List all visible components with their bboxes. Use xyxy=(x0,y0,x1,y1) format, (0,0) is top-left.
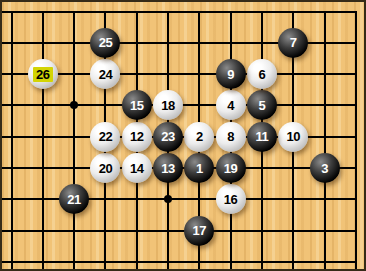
stone-white-22[interactable]: 22 xyxy=(90,122,120,152)
stone-white-20[interactable]: 20 xyxy=(90,153,120,183)
stone-white-14[interactable]: 14 xyxy=(122,153,152,183)
move-number: 5 xyxy=(259,99,266,112)
stone-black-7[interactable]: 7 xyxy=(278,28,308,58)
move-number: 17 xyxy=(193,224,206,237)
move-number: 1 xyxy=(196,162,203,175)
move-number: 16 xyxy=(224,193,237,206)
stone-black-15[interactable]: 15 xyxy=(122,90,152,120)
grid-line-horizontal-7 xyxy=(2,230,357,232)
move-number: 24 xyxy=(99,68,112,81)
move-number: 13 xyxy=(161,162,174,175)
go-board[interactable]: 1234567891011121314151617181920212223242… xyxy=(0,0,366,271)
stone-black-25[interactable]: 25 xyxy=(90,28,120,58)
stone-black-23[interactable]: 23 xyxy=(153,122,183,152)
move-number: 26 xyxy=(33,67,52,82)
stone-white-16[interactable]: 16 xyxy=(216,184,246,214)
move-number: 3 xyxy=(321,162,328,175)
stone-white-4[interactable]: 4 xyxy=(216,90,246,120)
move-number: 20 xyxy=(99,162,112,175)
move-number: 8 xyxy=(227,130,234,143)
stone-black-1[interactable]: 1 xyxy=(184,153,214,183)
grid-line-horizontal-8 xyxy=(2,261,357,263)
stone-black-17[interactable]: 17 xyxy=(184,216,214,246)
grid-line-horizontal-0 xyxy=(2,11,357,13)
stone-white-12[interactable]: 12 xyxy=(122,122,152,152)
stone-black-21[interactable]: 21 xyxy=(59,184,89,214)
stone-black-19[interactable]: 19 xyxy=(216,153,246,183)
star-point-3-3 xyxy=(70,101,78,109)
stone-white-18[interactable]: 18 xyxy=(153,90,183,120)
stone-white-8[interactable]: 8 xyxy=(216,122,246,152)
star-point-6-6 xyxy=(164,195,172,203)
stone-black-5[interactable]: 5 xyxy=(247,90,277,120)
stone-white-6[interactable]: 6 xyxy=(247,59,277,89)
stone-black-3[interactable]: 3 xyxy=(310,153,340,183)
move-number: 6 xyxy=(259,68,266,81)
stone-black-9[interactable]: 9 xyxy=(216,59,246,89)
move-number: 22 xyxy=(99,130,112,143)
move-number: 15 xyxy=(130,99,143,112)
move-number: 25 xyxy=(99,36,112,49)
grid-line-horizontal-6 xyxy=(2,198,357,200)
move-number: 4 xyxy=(227,99,234,112)
move-number: 12 xyxy=(130,130,143,143)
stone-black-11[interactable]: 11 xyxy=(247,122,277,152)
move-number: 19 xyxy=(224,162,237,175)
move-number: 10 xyxy=(286,130,299,143)
stone-black-13[interactable]: 13 xyxy=(153,153,183,183)
move-number: 23 xyxy=(161,130,174,143)
move-number: 7 xyxy=(290,36,297,49)
stone-white-10[interactable]: 10 xyxy=(278,122,308,152)
move-number: 2 xyxy=(196,130,203,143)
move-number: 21 xyxy=(67,193,80,206)
move-number: 9 xyxy=(227,68,234,81)
stone-white-24[interactable]: 24 xyxy=(90,59,120,89)
move-number: 18 xyxy=(161,99,174,112)
stone-white-2[interactable]: 2 xyxy=(184,122,214,152)
move-number: 14 xyxy=(130,162,143,175)
move-number: 11 xyxy=(256,130,269,143)
stone-white-26[interactable]: 26 xyxy=(28,59,58,89)
